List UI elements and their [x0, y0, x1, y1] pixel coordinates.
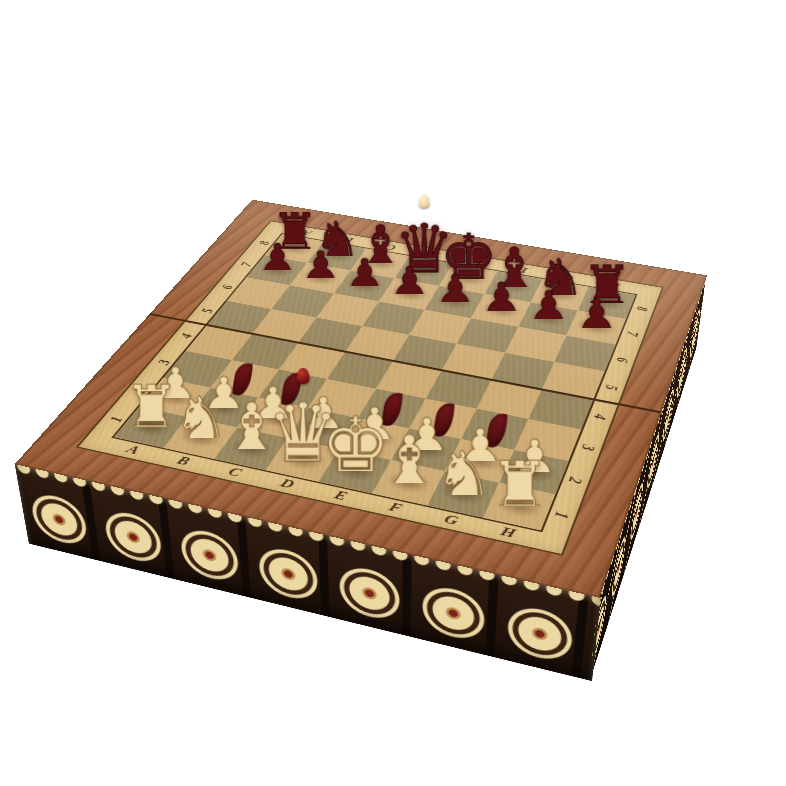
product-photo-scene: ABCDEFGH ABCDEFGH 87654321 87654321 ♜♞♝♛…	[60, 28, 726, 694]
square-h5	[542, 362, 605, 400]
red-leaf-accent	[276, 370, 307, 406]
red-leaf-accent	[480, 411, 513, 448]
leaf-shape	[231, 361, 253, 396]
queen-dome-accent	[419, 194, 430, 208]
leaf-shape	[485, 412, 508, 449]
leaf-shape	[381, 391, 403, 427]
leaf-shape	[280, 371, 302, 407]
red-leaf-accent	[428, 400, 460, 437]
leaf-shape	[432, 401, 454, 438]
chess-box: ABCDEFGH ABCDEFGH 87654321 87654321 ♜♞♝♛…	[15, 200, 707, 598]
red-leaf-accent	[376, 390, 408, 426]
red-leaf-accent	[227, 360, 258, 395]
